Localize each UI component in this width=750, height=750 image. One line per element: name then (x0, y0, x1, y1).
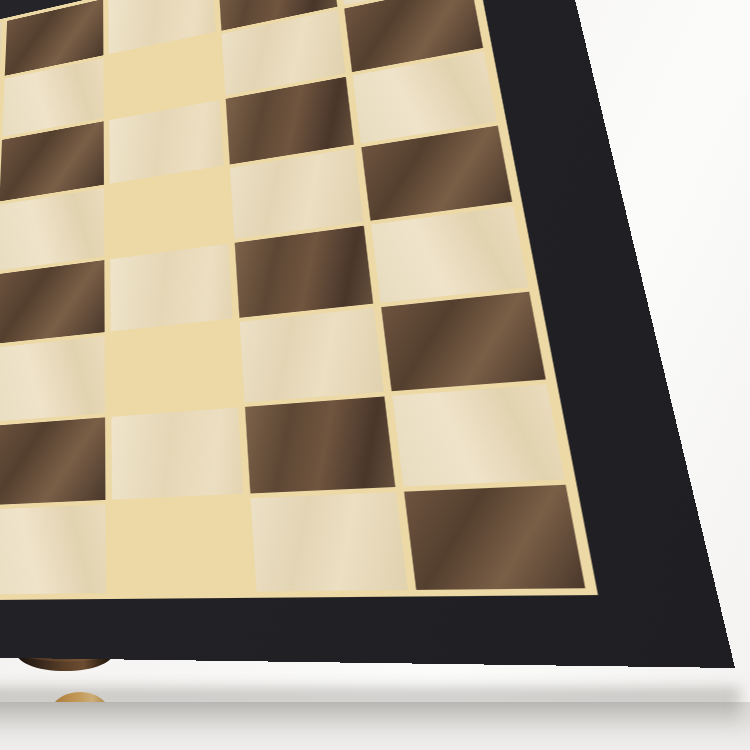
square-h3[interactable] (381, 291, 546, 391)
square-g3[interactable] (239, 308, 383, 403)
square-e5[interactable] (0, 188, 104, 270)
square-f5[interactable] (109, 169, 227, 255)
square-f1[interactable] (112, 498, 249, 593)
square-g5[interactable] (230, 149, 363, 239)
square-f2[interactable] (111, 407, 243, 499)
square-h1[interactable] (404, 485, 585, 590)
square-e4[interactable] (0, 260, 104, 344)
square-d8[interactable] (0, 22, 2, 96)
square-h4[interactable] (371, 205, 529, 302)
photo-stage (0, 0, 750, 750)
square-g2[interactable] (245, 396, 396, 493)
square-e2[interactable] (0, 417, 105, 505)
square-e3[interactable] (0, 336, 105, 422)
square-h2[interactable] (392, 384, 565, 486)
square-f3[interactable] (110, 322, 237, 412)
square-g4[interactable] (234, 225, 373, 317)
chess-board (0, 0, 735, 668)
board-squares-grid (0, 0, 598, 604)
square-e1[interactable] (0, 504, 105, 594)
board-cast-shadow (0, 688, 740, 740)
square-f4[interactable] (110, 243, 232, 331)
square-g1[interactable] (250, 492, 407, 592)
